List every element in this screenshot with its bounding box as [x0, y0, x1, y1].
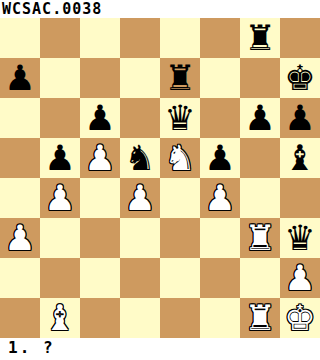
square-d5[interactable]: ♞ [120, 138, 160, 178]
white-pawn: ♟ [284, 258, 315, 298]
move-prompt: 1. ? [0, 338, 320, 360]
square-c7[interactable] [80, 58, 120, 98]
white-pawn: ♟ [124, 178, 155, 218]
square-h5[interactable]: ♝ [280, 138, 320, 178]
square-c1[interactable] [80, 298, 120, 338]
black-rook: ♜ [164, 58, 195, 98]
square-h6[interactable]: ♟ [280, 98, 320, 138]
black-pawn: ♟ [4, 58, 35, 98]
square-d3[interactable] [120, 218, 160, 258]
black-queen: ♛ [284, 218, 315, 258]
white-king: ♚ [284, 298, 315, 338]
square-g3[interactable]: ♜ [240, 218, 280, 258]
square-b1[interactable]: ♝ [40, 298, 80, 338]
black-pawn: ♟ [44, 138, 75, 178]
square-h8[interactable] [280, 18, 320, 58]
black-pawn: ♟ [84, 98, 115, 138]
square-b4[interactable]: ♟ [40, 178, 80, 218]
square-f6[interactable] [200, 98, 240, 138]
square-d8[interactable] [120, 18, 160, 58]
black-pawn: ♟ [284, 98, 315, 138]
square-f7[interactable] [200, 58, 240, 98]
square-a7[interactable]: ♟ [0, 58, 40, 98]
white-pawn: ♟ [4, 218, 35, 258]
white-pawn: ♟ [44, 178, 75, 218]
square-c4[interactable] [80, 178, 120, 218]
square-c5[interactable]: ♟ [80, 138, 120, 178]
square-b5[interactable]: ♟ [40, 138, 80, 178]
white-knight: ♞ [164, 138, 195, 178]
square-e3[interactable] [160, 218, 200, 258]
square-b6[interactable] [40, 98, 80, 138]
square-g8[interactable]: ♜ [240, 18, 280, 58]
square-h2[interactable]: ♟ [280, 258, 320, 298]
square-g6[interactable]: ♟ [240, 98, 280, 138]
square-a2[interactable] [0, 258, 40, 298]
square-h4[interactable] [280, 178, 320, 218]
square-a8[interactable] [0, 18, 40, 58]
square-e4[interactable] [160, 178, 200, 218]
square-d4[interactable]: ♟ [120, 178, 160, 218]
chess-puzzle-screen: WCSAC.0038 ♜♟♜♚♟♛♟♟♟♟♞♞♟♝♟♟♟♟♜♛♟♝♜♚ 1. ? [0, 0, 320, 360]
white-rook: ♜ [244, 218, 275, 258]
square-e8[interactable] [160, 18, 200, 58]
square-e2[interactable] [160, 258, 200, 298]
chess-board: ♜♟♜♚♟♛♟♟♟♟♞♞♟♝♟♟♟♟♜♛♟♝♜♚ [0, 18, 320, 338]
square-c6[interactable]: ♟ [80, 98, 120, 138]
square-b7[interactable] [40, 58, 80, 98]
square-a1[interactable] [0, 298, 40, 338]
black-rook: ♜ [244, 18, 275, 58]
square-g2[interactable] [240, 258, 280, 298]
black-king: ♚ [284, 58, 315, 98]
white-pawn: ♟ [204, 178, 235, 218]
square-e6[interactable]: ♛ [160, 98, 200, 138]
square-e7[interactable]: ♜ [160, 58, 200, 98]
square-a4[interactable] [0, 178, 40, 218]
square-h3[interactable]: ♛ [280, 218, 320, 258]
diagram-title: WCSAC.0038 [0, 0, 320, 18]
square-g4[interactable] [240, 178, 280, 218]
square-b3[interactable] [40, 218, 80, 258]
white-bishop: ♝ [44, 298, 75, 338]
square-b8[interactable] [40, 18, 80, 58]
white-rook: ♜ [244, 298, 275, 338]
square-d6[interactable] [120, 98, 160, 138]
square-a3[interactable]: ♟ [0, 218, 40, 258]
square-c8[interactable] [80, 18, 120, 58]
square-e5[interactable]: ♞ [160, 138, 200, 178]
square-b2[interactable] [40, 258, 80, 298]
square-g1[interactable]: ♜ [240, 298, 280, 338]
black-pawn: ♟ [204, 138, 235, 178]
square-f8[interactable] [200, 18, 240, 58]
square-f4[interactable]: ♟ [200, 178, 240, 218]
black-bishop: ♝ [284, 138, 315, 178]
square-g7[interactable] [240, 58, 280, 98]
black-pawn: ♟ [244, 98, 275, 138]
square-f5[interactable]: ♟ [200, 138, 240, 178]
black-knight: ♞ [124, 138, 155, 178]
square-d7[interactable] [120, 58, 160, 98]
white-pawn: ♟ [84, 138, 115, 178]
square-d2[interactable] [120, 258, 160, 298]
square-c3[interactable] [80, 218, 120, 258]
square-h7[interactable]: ♚ [280, 58, 320, 98]
square-f2[interactable] [200, 258, 240, 298]
square-d1[interactable] [120, 298, 160, 338]
square-h1[interactable]: ♚ [280, 298, 320, 338]
black-queen: ♛ [164, 98, 195, 138]
square-a5[interactable] [0, 138, 40, 178]
square-f1[interactable] [200, 298, 240, 338]
square-e1[interactable] [160, 298, 200, 338]
square-a6[interactable] [0, 98, 40, 138]
square-f3[interactable] [200, 218, 240, 258]
square-g5[interactable] [240, 138, 280, 178]
square-c2[interactable] [80, 258, 120, 298]
